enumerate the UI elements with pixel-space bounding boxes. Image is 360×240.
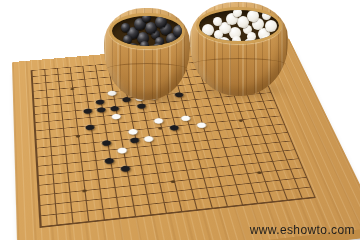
white-stone: ● <box>151 116 165 125</box>
black-stone: ● <box>127 135 141 145</box>
hoshi-point <box>70 88 74 90</box>
white-bowl-stone <box>232 36 241 44</box>
white-bowl-stone <box>244 38 256 44</box>
white-bowl-opening <box>196 7 282 45</box>
black-stone: ● <box>118 163 133 174</box>
hoshi-point <box>82 190 87 193</box>
black-stone: ● <box>81 106 94 115</box>
black-bowl-stone <box>121 23 130 32</box>
white-bowl-stone <box>213 17 222 26</box>
black-stone: ● <box>94 105 107 114</box>
black-bowl-opening <box>109 13 185 50</box>
product-photo: ●●●●●●●●●●●●●●●●●●●●●●●●●● www.eshowto.c… <box>0 0 360 240</box>
black-stone: ● <box>83 122 97 132</box>
black-stone: ● <box>102 155 117 165</box>
hoshi-point <box>257 171 262 174</box>
watermark-text: www.eshowto.com <box>250 223 355 237</box>
white-stone: ● <box>178 113 192 122</box>
hoshi-point <box>75 135 79 138</box>
white-bowl-stone <box>233 8 242 17</box>
white-bowl-stone <box>234 43 246 44</box>
black-stone: ● <box>167 122 182 132</box>
white-bowl-stone <box>261 35 273 44</box>
hoshi-point <box>171 180 176 183</box>
hoshi-point <box>158 127 162 130</box>
white-bowl-stone <box>218 37 230 44</box>
black-bowl-stone <box>155 16 167 28</box>
white-bowl-stone <box>265 20 277 32</box>
white-stone: ● <box>109 111 123 120</box>
black-bowl-stone <box>173 25 185 37</box>
white-stone: ● <box>115 145 129 155</box>
black-bowl-stone <box>152 43 164 49</box>
black-bowl-stone <box>142 13 151 22</box>
white-stone: ● <box>194 120 209 129</box>
black-bowl-stone <box>140 41 149 49</box>
black-stone: ● <box>99 137 113 147</box>
black-bowl-stone <box>127 43 139 50</box>
white-bowl-stone <box>202 24 214 36</box>
white-stone: ● <box>141 133 156 143</box>
hoshi-point <box>239 119 244 122</box>
